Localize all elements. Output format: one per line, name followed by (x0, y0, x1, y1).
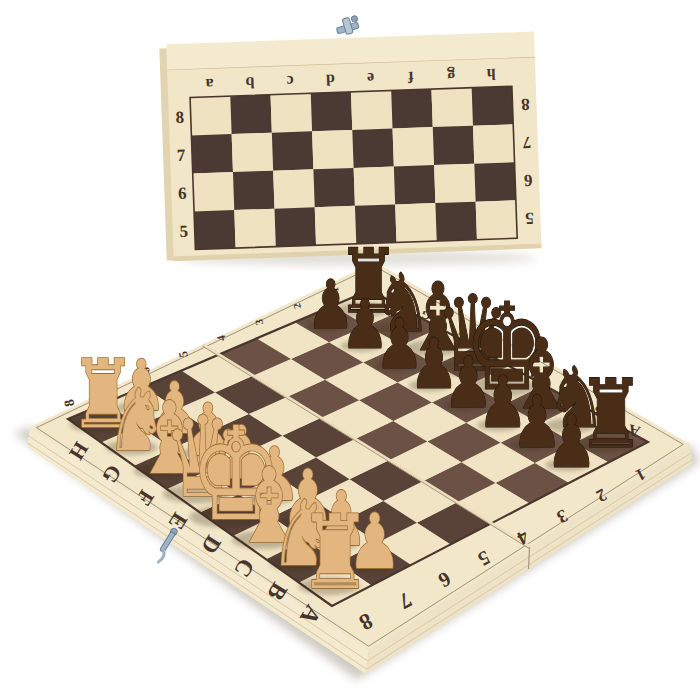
box-rank-number-left: 5 (179, 222, 188, 241)
box-file-letter: a (205, 76, 214, 93)
box-rank-number-right: 5 (525, 209, 534, 228)
box-square (312, 130, 354, 169)
box-file-letter: g (447, 66, 456, 84)
box-square (351, 91, 393, 130)
box-square (271, 93, 313, 132)
box-square (191, 134, 233, 173)
box-clasp-icon (334, 15, 361, 37)
box-square (474, 162, 516, 201)
box-square (395, 203, 437, 242)
box-square (391, 89, 433, 128)
box-square (234, 209, 276, 248)
box-rank-number-right: 8 (521, 95, 530, 114)
box-square (190, 96, 232, 135)
box-rank-number-right: 6 (524, 171, 533, 190)
box-square (311, 92, 353, 131)
box-square (435, 202, 477, 241)
box-square (275, 207, 317, 246)
box-square (472, 86, 514, 125)
product-photo: abcdefgh87658765 HGFEDCBA876543218765432… (0, 0, 700, 700)
box-file-letter: h (486, 66, 496, 83)
box-square (354, 166, 396, 205)
box-square (434, 164, 476, 203)
box-square (433, 126, 475, 165)
box-file-letter: e (367, 70, 375, 87)
box-square (193, 172, 235, 211)
box-square (232, 133, 274, 172)
piece-white-rook-a8: ♜ (299, 493, 372, 612)
box-file-letter: b (245, 74, 255, 91)
box-rank-number-left: 8 (175, 108, 184, 127)
box-square (233, 171, 275, 210)
closed-box: abcdefgh87658765 (158, 9, 541, 262)
box-rank-number-right: 7 (522, 133, 532, 152)
box-square (272, 131, 314, 170)
box-square (273, 169, 315, 208)
box-square (473, 124, 515, 163)
box-file-letter: c (286, 73, 294, 90)
box-square (313, 168, 355, 207)
box-rank-number-left: 6 (178, 184, 187, 203)
piece-black-pawn-a2: ♟ (545, 399, 597, 484)
box-square (352, 129, 394, 168)
box-square (393, 127, 435, 166)
box-square (194, 210, 236, 249)
box-rank-number-left: 7 (177, 146, 187, 165)
box-square (431, 88, 473, 127)
box-square (394, 165, 436, 204)
board-rank-number-left: 4 (214, 334, 227, 342)
chess-set-scene: abcdefgh87658765 HGFEDCBA876543218765432… (0, 0, 700, 700)
box-square (230, 95, 272, 134)
box-square (476, 200, 518, 239)
box-file-letter: d (326, 71, 336, 88)
